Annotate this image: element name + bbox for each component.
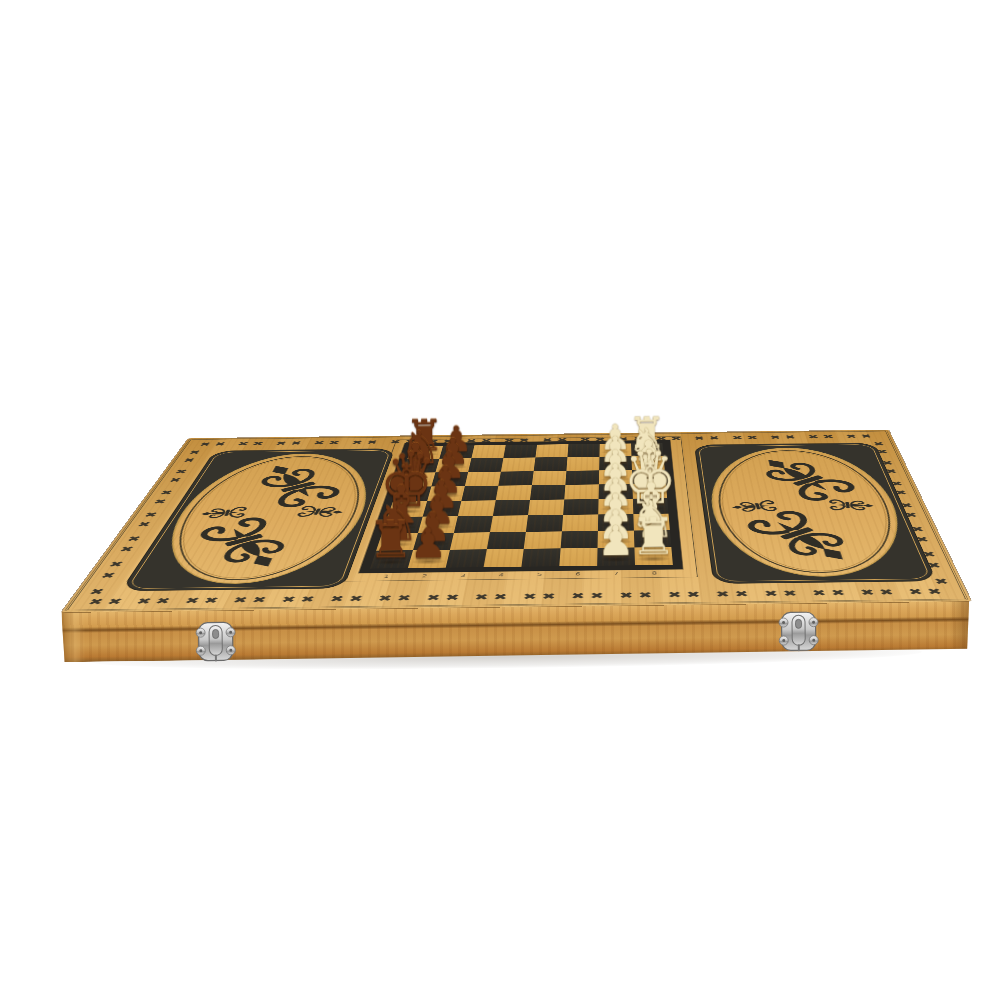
square xyxy=(524,531,562,549)
square xyxy=(564,484,599,499)
square xyxy=(496,485,532,500)
fleur-de-lis-icon xyxy=(236,455,355,514)
square xyxy=(633,514,670,531)
fleur-de-lis-icon xyxy=(730,504,882,575)
square xyxy=(393,486,432,501)
fleur-de-lis-icon xyxy=(195,505,250,522)
square xyxy=(598,499,633,515)
square xyxy=(471,445,505,458)
fleur-de-lis-icon xyxy=(733,449,871,508)
square xyxy=(597,547,635,565)
photo-background: ✖✖ ✖✖ ✖✖ ✖✖ ✖✖ ✖✖ ✖✖ ✖✖ ✖✖ ✖✖ ✖✖ ✖✖ ✖✖ ✖… xyxy=(0,0,1000,1000)
chess-board-squares xyxy=(370,443,673,568)
square xyxy=(418,516,458,533)
square xyxy=(631,456,664,470)
square xyxy=(634,530,671,547)
square xyxy=(468,458,503,472)
square xyxy=(370,550,413,568)
square xyxy=(599,443,631,456)
fleur-de-lis-icon xyxy=(726,498,780,515)
square xyxy=(521,548,560,566)
square xyxy=(382,517,423,534)
square xyxy=(566,457,599,471)
square xyxy=(634,547,672,565)
square xyxy=(563,499,598,515)
square xyxy=(561,531,598,549)
square xyxy=(408,550,450,568)
square xyxy=(450,532,490,550)
square xyxy=(398,472,436,487)
square xyxy=(423,501,462,517)
square xyxy=(598,530,635,547)
fleur-de-lis-icon xyxy=(293,504,350,520)
square xyxy=(431,472,468,487)
chess-board xyxy=(359,440,683,573)
square xyxy=(407,446,443,459)
square xyxy=(526,515,563,532)
square xyxy=(458,500,496,516)
square xyxy=(565,470,599,484)
square xyxy=(534,457,568,471)
square xyxy=(498,471,533,486)
square xyxy=(528,499,564,515)
fleur-de-lis-icon xyxy=(185,510,314,582)
square xyxy=(567,444,599,457)
box-lid-top: ✖✖ ✖✖ ✖✖ ✖✖ ✖✖ ✖✖ ✖✖ ✖✖ ✖✖ ✖✖ ✖✖ ✖✖ ✖✖ ✖… xyxy=(61,430,971,613)
square xyxy=(490,515,528,532)
game-box: ✖✖ ✖✖ ✖✖ ✖✖ ✖✖ ✖✖ ✖✖ ✖✖ ✖✖ ✖✖ ✖✖ ✖✖ ✖✖ ✖… xyxy=(0,0,1000,1000)
square xyxy=(461,486,498,501)
square xyxy=(535,444,568,457)
square xyxy=(501,458,535,472)
square xyxy=(632,483,667,498)
square xyxy=(427,486,465,501)
square xyxy=(487,532,526,550)
square xyxy=(413,533,454,551)
square xyxy=(503,445,537,458)
square xyxy=(484,549,524,567)
square xyxy=(633,498,669,514)
square xyxy=(446,549,487,567)
fleur-de-lis-icon xyxy=(827,498,879,513)
square xyxy=(532,471,567,486)
square xyxy=(465,471,501,486)
square xyxy=(598,514,634,531)
square xyxy=(599,456,632,470)
square xyxy=(599,470,632,484)
square xyxy=(439,445,474,458)
square xyxy=(632,469,666,483)
square xyxy=(559,548,597,566)
square xyxy=(388,501,428,517)
square xyxy=(493,500,530,516)
square xyxy=(376,533,418,551)
square xyxy=(454,516,493,533)
square xyxy=(562,515,598,532)
square xyxy=(403,459,440,473)
perspective-scene: ✖✖ ✖✖ ✖✖ ✖✖ ✖✖ ✖✖ ✖✖ ✖✖ ✖✖ ✖✖ ✖✖ ✖✖ ✖✖ ✖… xyxy=(0,0,1000,1000)
square xyxy=(435,458,471,472)
square xyxy=(599,484,633,499)
square xyxy=(631,443,663,456)
square xyxy=(530,485,565,500)
